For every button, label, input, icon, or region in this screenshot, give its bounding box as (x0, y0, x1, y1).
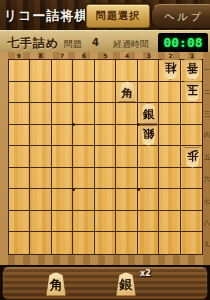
file-label: 5 (95, 52, 117, 59)
board-cell-1-七[interactable] (181, 189, 202, 211)
file-label: 2 (160, 52, 182, 59)
board-cell-8-一[interactable] (30, 60, 51, 82)
board-cell-6-七[interactable] (73, 189, 94, 211)
board-cell-4-六[interactable] (116, 168, 137, 190)
rank-label: 五 (204, 146, 210, 168)
board-cell-6-八[interactable] (73, 211, 94, 233)
piece-kanji: 銀 (115, 277, 137, 292)
board-cell-5-五[interactable] (95, 146, 116, 168)
problem-select-button[interactable]: 問題選択 (86, 4, 150, 28)
board-cell-4-三[interactable] (116, 103, 137, 125)
file-label: 9 (8, 52, 30, 59)
rank-label: 六 (204, 168, 210, 190)
file-label: 7 (51, 52, 73, 59)
shogi-board[interactable] (8, 59, 203, 255)
hoshi-point (137, 188, 140, 191)
board-cell-2-四[interactable] (159, 125, 180, 147)
board-cell-9-六[interactable] (9, 168, 30, 190)
board-cell-4-五[interactable] (116, 146, 137, 168)
board-cell-8-二[interactable] (30, 82, 51, 104)
board-cell-8-九[interactable] (30, 232, 51, 254)
board-cell-5-八[interactable] (95, 211, 116, 233)
hoshi-point (137, 123, 140, 126)
board-cell-1-六[interactable] (181, 168, 202, 190)
rank-label: 九 (204, 233, 210, 255)
board-cell-3-六[interactable] (138, 168, 159, 190)
board-cell-5-六[interactable] (95, 168, 116, 190)
board-cell-5-一[interactable] (95, 60, 116, 82)
board-cell-7-九[interactable] (52, 232, 73, 254)
file-coordinate-labels: 987654321 (8, 52, 203, 59)
board-cell-1-四[interactable] (181, 125, 202, 147)
hand-piece-銀[interactable]: 銀 (115, 272, 137, 296)
board-cell-2-九[interactable] (159, 232, 180, 254)
file-label: 1 (181, 52, 203, 59)
board-cell-5-二[interactable] (95, 82, 116, 104)
board-cell-3-二[interactable] (138, 82, 159, 104)
rank-coordinate-labels: 一二三四五六七八九 (204, 59, 210, 255)
board-cell-7-八[interactable] (52, 211, 73, 233)
board-cell-7-五[interactable] (52, 146, 73, 168)
sente-hand-tray: 角銀x2 (2, 267, 208, 300)
board-cell-9-九[interactable] (9, 232, 30, 254)
board-cell-4-八[interactable] (116, 211, 137, 233)
problem-label: 問題 (64, 38, 82, 51)
board-cell-5-九[interactable] (95, 232, 116, 254)
board-cell-8-八[interactable] (30, 211, 51, 233)
board-cell-2-六[interactable] (159, 168, 180, 190)
board-cell-6-四[interactable] (73, 125, 94, 147)
board-cell-3-一[interactable] (138, 60, 159, 82)
board-cell-4-一[interactable] (116, 60, 137, 82)
board-cell-7-六[interactable] (52, 168, 73, 190)
board-cell-7-四[interactable] (52, 125, 73, 147)
rank-label: 三 (204, 103, 210, 125)
elapsed-time-label: 経過時間 (113, 38, 149, 51)
board-cell-6-二[interactable] (73, 82, 94, 104)
board-cell-4-七[interactable] (116, 189, 137, 211)
board-cell-3-七[interactable] (138, 189, 159, 211)
board-cell-1-三[interactable] (181, 103, 202, 125)
board-cell-9-七[interactable] (9, 189, 30, 211)
board-cell-8-三[interactable] (30, 103, 51, 125)
board-cell-9-二[interactable] (9, 82, 30, 104)
board-cell-5-三[interactable] (95, 103, 116, 125)
board-cell-2-七[interactable] (159, 189, 180, 211)
hand-tray-zone: 角銀x2 (0, 265, 210, 300)
board-cell-8-五[interactable] (30, 146, 51, 168)
rank-label: 二 (204, 81, 210, 103)
board-cell-1-八[interactable] (181, 211, 202, 233)
board-cell-8-六[interactable] (30, 168, 51, 190)
hand-piece-count: x2 (140, 269, 151, 278)
board-cell-6-一[interactable] (73, 60, 94, 82)
file-label: 3 (138, 52, 160, 59)
file-label: 4 (116, 52, 138, 59)
hoshi-point (72, 188, 75, 191)
rank-label: 八 (204, 212, 210, 234)
title-bar: リコー詰将棋 問題選択 ヘルプ (0, 0, 210, 31)
hand-piece-角[interactable]: 角 (45, 272, 67, 296)
board-cell-7-三[interactable] (52, 103, 73, 125)
puzzle-mode-label: 七手詰め (7, 35, 59, 52)
problem-number: 4 (92, 37, 99, 48)
board-cell-7-二[interactable] (52, 82, 73, 104)
rank-label: 一 (204, 59, 210, 81)
board-cell-3-九[interactable] (138, 232, 159, 254)
board-cell-5-四[interactable] (95, 125, 116, 147)
file-label: 6 (73, 52, 95, 59)
rank-label: 四 (204, 124, 210, 146)
board-cell-8-四[interactable] (30, 125, 51, 147)
board-frame: 987654321 一二三四五六七八九 桂香玉角銀銀歩 (0, 52, 210, 266)
board-cell-5-七[interactable] (95, 189, 116, 211)
board-cell-3-八[interactable] (138, 211, 159, 233)
board-cell-6-九[interactable] (73, 232, 94, 254)
status-bar: 七手詰め 問題 4 経過時間 00:08 (0, 30, 210, 54)
board-cell-4-九[interactable] (116, 232, 137, 254)
board-cell-9-四[interactable] (9, 125, 30, 147)
rank-label: 七 (204, 190, 210, 212)
board-cell-7-七[interactable] (52, 189, 73, 211)
board-cell-9-一[interactable] (9, 60, 30, 82)
hoshi-point (72, 123, 75, 126)
help-button[interactable]: ヘルプ (151, 4, 210, 29)
board-cell-2-二[interactable] (159, 82, 180, 104)
piece-kanji: 角 (45, 277, 67, 292)
elapsed-timer-display: 00:08 (158, 33, 208, 53)
board-cell-4-四[interactable] (116, 125, 137, 147)
board-cell-3-五[interactable] (138, 146, 159, 168)
board-cell-2-八[interactable] (159, 211, 180, 233)
board-cell-7-一[interactable] (52, 60, 73, 82)
board-cell-6-六[interactable] (73, 168, 94, 190)
file-label: 8 (30, 52, 52, 59)
board-cell-6-五[interactable] (73, 146, 94, 168)
board-cell-9-三[interactable] (9, 103, 30, 125)
board-cell-9-五[interactable] (9, 146, 30, 168)
board-cell-9-八[interactable] (9, 211, 30, 233)
board-cell-6-三[interactable] (73, 103, 94, 125)
board-cell-8-七[interactable] (30, 189, 51, 211)
app-title: リコー詰将棋 (4, 7, 89, 25)
board-cell-2-五[interactable] (159, 146, 180, 168)
board-cell-2-三[interactable] (159, 103, 180, 125)
board-cell-1-九[interactable] (181, 232, 202, 254)
